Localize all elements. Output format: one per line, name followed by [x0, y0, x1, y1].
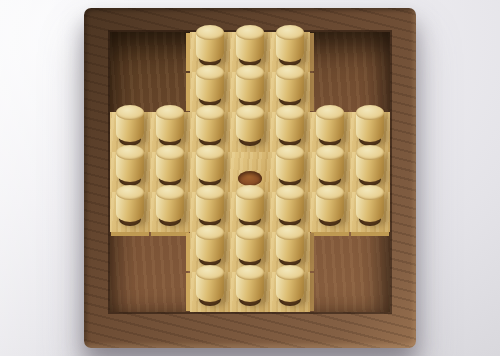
peg-top-face: [356, 185, 384, 200]
peg-top-face: [196, 145, 224, 160]
board-cell: [190, 272, 230, 312]
peg-top-face: [276, 185, 304, 200]
peg-top-face: [356, 145, 384, 160]
peg-top-face: [116, 145, 144, 160]
empty-center-hole[interactable]: [238, 171, 262, 186]
peg-top-face: [156, 145, 184, 160]
corner-well: [110, 272, 150, 312]
peg[interactable]: [276, 26, 304, 62]
corner-well: [350, 32, 390, 72]
peg-top-face: [196, 265, 224, 280]
peg[interactable]: [116, 186, 144, 222]
peg[interactable]: [196, 66, 224, 102]
solitaire-board: [110, 32, 390, 312]
peg-top-face: [236, 65, 264, 80]
peg[interactable]: [316, 146, 344, 182]
corner-well: [150, 272, 190, 312]
peg-top-face: [196, 25, 224, 40]
corner-well: [310, 232, 350, 272]
peg[interactable]: [156, 186, 184, 222]
peg[interactable]: [196, 226, 224, 262]
peg[interactable]: [276, 226, 304, 262]
peg-top-face: [236, 105, 264, 120]
board-cell: [110, 192, 150, 232]
board-cell: [230, 272, 270, 312]
peg[interactable]: [236, 186, 264, 222]
peg-top-face: [316, 105, 344, 120]
corner-well: [310, 32, 350, 72]
wooden-tray: [84, 8, 416, 348]
peg-top-face: [196, 65, 224, 80]
peg-top-face: [276, 265, 304, 280]
corner-well: [350, 272, 390, 312]
peg-top-face: [196, 185, 224, 200]
peg-top-face: [196, 105, 224, 120]
peg[interactable]: [196, 26, 224, 62]
peg[interactable]: [196, 186, 224, 222]
peg[interactable]: [116, 146, 144, 182]
peg[interactable]: [276, 106, 304, 142]
peg-top-face: [276, 65, 304, 80]
peg[interactable]: [116, 106, 144, 142]
peg-top-face: [356, 105, 384, 120]
peg[interactable]: [196, 266, 224, 302]
board-cell: [230, 112, 270, 152]
peg[interactable]: [236, 266, 264, 302]
peg[interactable]: [196, 106, 224, 142]
peg-top-face: [236, 25, 264, 40]
peg-top-face: [316, 185, 344, 200]
peg[interactable]: [236, 226, 264, 262]
peg-top-face: [236, 265, 264, 280]
peg[interactable]: [276, 66, 304, 102]
peg[interactable]: [236, 26, 264, 62]
peg-top-face: [276, 145, 304, 160]
board-cell: [150, 192, 190, 232]
peg-top-face: [236, 185, 264, 200]
corner-well: [310, 272, 350, 312]
peg[interactable]: [276, 146, 304, 182]
peg-top-face: [156, 105, 184, 120]
peg[interactable]: [236, 66, 264, 102]
peg[interactable]: [356, 106, 384, 142]
peg[interactable]: [196, 146, 224, 182]
peg[interactable]: [156, 106, 184, 142]
corner-well: [110, 232, 150, 272]
peg-top-face: [116, 185, 144, 200]
peg-top-face: [196, 225, 224, 240]
peg-top-face: [276, 105, 304, 120]
peg-top-face: [116, 105, 144, 120]
peg-top-face: [276, 25, 304, 40]
board-cell: [350, 192, 390, 232]
tray-interior-floor: [110, 32, 390, 312]
peg[interactable]: [356, 146, 384, 182]
photo-scene: [0, 0, 500, 356]
peg-top-face: [236, 225, 264, 240]
peg[interactable]: [316, 106, 344, 142]
board-cell: [270, 272, 310, 312]
peg[interactable]: [276, 186, 304, 222]
corner-well: [350, 232, 390, 272]
corner-well: [150, 32, 190, 72]
peg[interactable]: [316, 186, 344, 222]
peg[interactable]: [236, 106, 264, 142]
peg[interactable]: [356, 186, 384, 222]
peg-top-face: [316, 145, 344, 160]
corner-well: [110, 32, 150, 72]
peg-top-face: [276, 225, 304, 240]
peg[interactable]: [156, 146, 184, 182]
corner-well: [150, 232, 190, 272]
peg-top-face: [156, 185, 184, 200]
board-cell: [310, 192, 350, 232]
peg[interactable]: [276, 266, 304, 302]
